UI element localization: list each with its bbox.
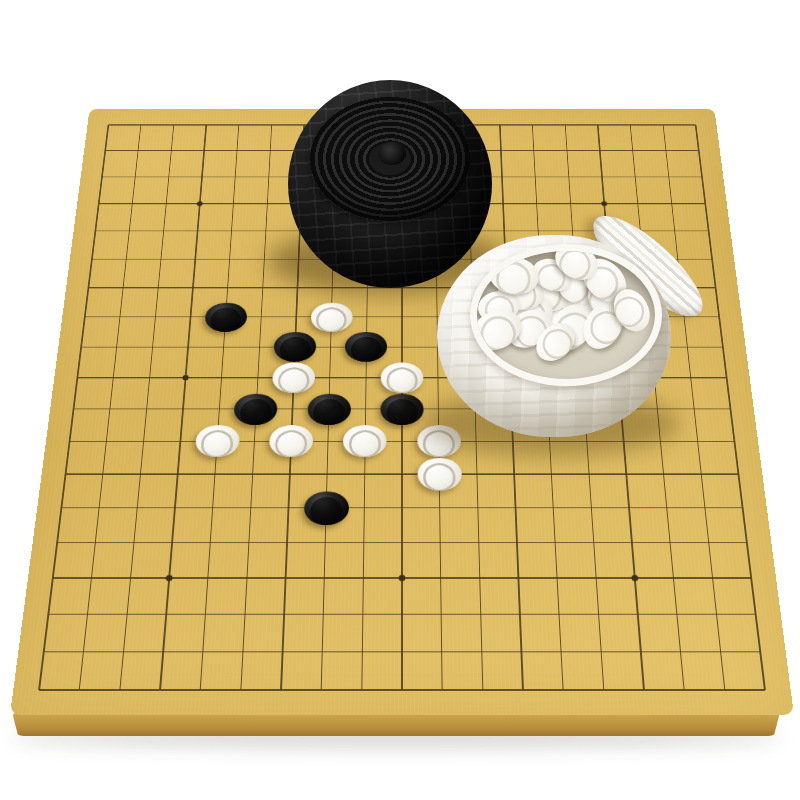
hoshi-point bbox=[182, 375, 189, 380]
white-bowl-opening: ○○○○○○○○○○○○○○○○○○○○○○○○ bbox=[470, 244, 662, 386]
black-stone: ● bbox=[303, 491, 349, 525]
bowl-white-stone: ○ bbox=[496, 273, 545, 312]
white-stone: ○ bbox=[310, 302, 352, 331]
white-stone: ○ bbox=[417, 458, 462, 491]
bowl-white-stone: ○ bbox=[525, 285, 580, 332]
hoshi-point bbox=[399, 575, 406, 581]
grid-line-horizontal bbox=[48, 614, 755, 615]
black-stone: ● bbox=[233, 394, 278, 425]
hoshi-point bbox=[601, 201, 607, 206]
black-stone: ● bbox=[380, 394, 423, 425]
white-stone: ○ bbox=[381, 362, 424, 393]
bowl-white-stone: ○ bbox=[565, 284, 613, 337]
grid-line-vertical bbox=[200, 125, 240, 690]
board-side-edge bbox=[12, 712, 780, 736]
go-set-photo: Overhead product photo of a yellow woode… bbox=[0, 0, 800, 800]
hoshi-point bbox=[166, 575, 173, 581]
white-stone: ○ bbox=[269, 425, 314, 457]
bowl-white-stone: ○ bbox=[501, 302, 559, 355]
bowl-white-stone: ○ bbox=[475, 288, 521, 325]
bowl-white-stone: ○ bbox=[527, 253, 577, 298]
bowl-white-stone: ○ bbox=[539, 295, 603, 359]
bowl-white-stone: ○ bbox=[486, 253, 542, 298]
grid-line-vertical bbox=[119, 125, 174, 690]
bowl-white-stone: ○ bbox=[582, 275, 628, 325]
bowl-white-stone: ○ bbox=[574, 250, 634, 310]
black-stone: ● bbox=[273, 332, 316, 362]
bowl-white-stone: ○ bbox=[498, 288, 556, 336]
bowl-white-stone: ○ bbox=[547, 259, 603, 313]
hoshi-point bbox=[631, 575, 638, 581]
white-stone: ○ bbox=[343, 425, 387, 457]
bowl-white-stone: ○ bbox=[470, 302, 527, 357]
hoshi-point bbox=[399, 375, 405, 380]
white-stone-bowl: ○○○○○○○○○○○○○○○○○○○○○○○○ bbox=[437, 235, 671, 437]
hoshi-point bbox=[197, 201, 203, 206]
black-stone: ● bbox=[204, 302, 248, 331]
grid-line-horizontal bbox=[44, 651, 761, 652]
grid-line-vertical bbox=[159, 125, 207, 690]
bowl-white-stone: ○ bbox=[544, 281, 585, 329]
bowl-white-stone: ○ bbox=[539, 282, 597, 342]
bowl-white-stone: ○ bbox=[526, 293, 579, 343]
bowl-white-stone: ○ bbox=[576, 296, 630, 355]
grid-line-vertical bbox=[662, 125, 725, 690]
grid-line-vertical bbox=[38, 125, 109, 690]
black-stone: ● bbox=[307, 394, 351, 425]
bowl-white-stone: ○ bbox=[548, 268, 606, 329]
bowl-white-stone: ○ bbox=[519, 287, 562, 320]
grid-line-horizontal bbox=[57, 542, 747, 543]
bowl-white-stone: ○ bbox=[607, 283, 656, 337]
grid-line-vertical bbox=[79, 125, 142, 690]
black-stone: ● bbox=[345, 332, 387, 362]
bowl-white-stone: ○ bbox=[516, 265, 576, 317]
black-stone-bowl bbox=[288, 80, 492, 288]
grid-line-vertical bbox=[695, 125, 766, 690]
grid-line-horizontal bbox=[39, 689, 765, 690]
grid-line-horizontal bbox=[61, 507, 742, 508]
bowl-white-stone: ○ bbox=[535, 274, 586, 323]
grid-line-horizontal bbox=[65, 474, 738, 475]
white-stone: ○ bbox=[194, 425, 240, 457]
bowl-white-stone: ○ bbox=[549, 244, 605, 287]
bowl-white-stone: ○ bbox=[529, 316, 582, 369]
grid-line-vertical bbox=[240, 125, 272, 690]
white-stone: ○ bbox=[272, 362, 316, 393]
grid-line-horizontal bbox=[53, 577, 752, 578]
